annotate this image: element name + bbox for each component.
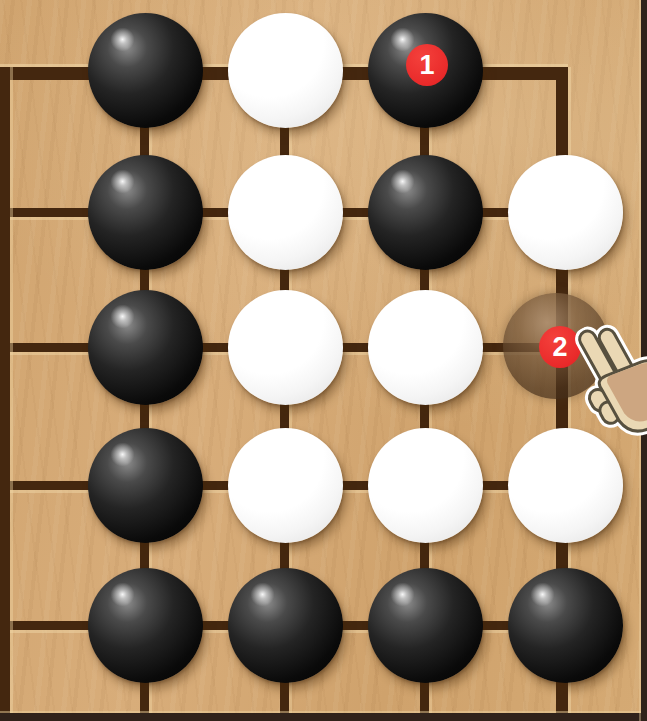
white-stone — [228, 290, 343, 405]
black-stone — [88, 155, 203, 270]
black-stone — [88, 290, 203, 405]
black-stone — [368, 568, 483, 683]
move-marker-1: 1 — [406, 44, 448, 86]
black-stone — [88, 13, 203, 128]
white-stone — [228, 13, 343, 128]
stones-layer[interactable]: 12 — [0, 0, 647, 721]
white-stone — [508, 155, 623, 270]
white-stone — [228, 155, 343, 270]
white-stone — [368, 428, 483, 543]
white-stone — [228, 428, 343, 543]
white-stone — [368, 290, 483, 405]
black-stone — [368, 155, 483, 270]
go-board-screenshot: 12 — [0, 0, 647, 721]
black-stone — [508, 568, 623, 683]
black-stone — [88, 428, 203, 543]
black-stone — [228, 568, 343, 683]
black-stone — [88, 568, 203, 683]
